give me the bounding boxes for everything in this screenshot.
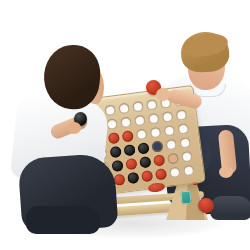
empty-hole bbox=[161, 110, 173, 122]
empty-hole bbox=[177, 122, 189, 134]
empty-hole bbox=[119, 116, 131, 128]
red-disc bbox=[152, 154, 164, 166]
empty-hole bbox=[182, 164, 194, 176]
empty-hole bbox=[178, 136, 190, 148]
empty-hole bbox=[145, 98, 157, 110]
empty-hole bbox=[104, 104, 116, 116]
red-disc bbox=[121, 130, 133, 142]
empty-hole bbox=[131, 100, 143, 112]
empty-hole bbox=[135, 128, 147, 140]
right-child-hand bbox=[156, 88, 170, 101]
right-child-lower-hand bbox=[219, 166, 233, 178]
empty-hole bbox=[165, 138, 177, 150]
red-disc bbox=[140, 170, 152, 182]
empty-hole bbox=[168, 166, 180, 178]
right-child-shoe bbox=[210, 196, 250, 220]
empty-hole bbox=[180, 150, 192, 162]
black-disc bbox=[137, 142, 149, 154]
brand-sticker bbox=[180, 191, 191, 205]
black-disc bbox=[123, 144, 135, 156]
red-disc bbox=[125, 157, 137, 169]
spare-red-disc-on-rail[interactable] bbox=[147, 182, 165, 193]
empty-hole bbox=[147, 112, 159, 124]
red-disc bbox=[154, 168, 166, 180]
red-disc bbox=[107, 132, 119, 144]
left-child-hand bbox=[68, 122, 81, 134]
empty-hole bbox=[117, 102, 129, 114]
board-cell[interactable] bbox=[180, 162, 196, 178]
empty-hole bbox=[166, 152, 178, 164]
left-child-shin bbox=[26, 206, 100, 234]
black-disc bbox=[111, 159, 123, 171]
empty-hole bbox=[175, 109, 187, 121]
empty-hole bbox=[149, 126, 161, 138]
empty-hole bbox=[163, 124, 175, 136]
black-disc bbox=[109, 145, 121, 157]
empty-hole bbox=[151, 140, 163, 152]
black-disc bbox=[139, 156, 151, 168]
black-disc bbox=[127, 171, 139, 183]
empty-hole bbox=[133, 114, 145, 126]
